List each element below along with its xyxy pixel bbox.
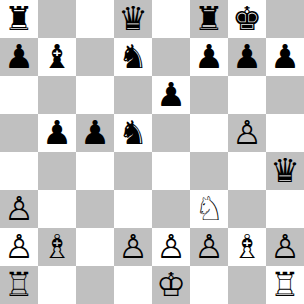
square-h2[interactable]: ♙: [266, 228, 304, 266]
piece-black-pawn: ♟: [156, 76, 186, 114]
piece-black-queen: ♛: [118, 0, 148, 38]
square-b1[interactable]: [38, 266, 76, 304]
square-g6[interactable]: [228, 76, 266, 114]
piece-white-pawn: ♙: [4, 228, 34, 266]
chess-board: ♜♛♜♚♟♝♞♟♟♟♟♟♟♞♙♛♙♘♙♗♙♙♙♗♙♖♔♖: [0, 0, 304, 304]
square-c1[interactable]: [76, 266, 114, 304]
piece-black-pawn: ♟: [194, 38, 224, 76]
piece-white-pawn: ♙: [232, 114, 262, 152]
square-b4[interactable]: [38, 152, 76, 190]
square-h3[interactable]: [266, 190, 304, 228]
piece-black-pawn: ♟: [232, 38, 262, 76]
square-f6[interactable]: [190, 76, 228, 114]
square-f3[interactable]: ♘: [190, 190, 228, 228]
square-h8[interactable]: [266, 0, 304, 38]
square-e5[interactable]: [152, 114, 190, 152]
piece-black-knight: ♞: [118, 114, 148, 152]
square-e1[interactable]: ♔: [152, 266, 190, 304]
square-h6[interactable]: [266, 76, 304, 114]
square-d4[interactable]: [114, 152, 152, 190]
square-d1[interactable]: [114, 266, 152, 304]
square-f1[interactable]: [190, 266, 228, 304]
square-f4[interactable]: [190, 152, 228, 190]
square-c4[interactable]: [76, 152, 114, 190]
piece-white-pawn: ♙: [194, 228, 224, 266]
piece-black-pawn: ♟: [80, 114, 110, 152]
square-b6[interactable]: [38, 76, 76, 114]
square-f7[interactable]: ♟: [190, 38, 228, 76]
square-d3[interactable]: [114, 190, 152, 228]
square-g4[interactable]: [228, 152, 266, 190]
piece-black-bishop: ♝: [42, 38, 72, 76]
piece-white-knight: ♘: [194, 190, 224, 228]
square-c8[interactable]: [76, 0, 114, 38]
piece-white-pawn: ♙: [118, 228, 148, 266]
square-g3[interactable]: [228, 190, 266, 228]
square-g5[interactable]: ♙: [228, 114, 266, 152]
square-d7[interactable]: ♞: [114, 38, 152, 76]
square-g8[interactable]: ♚: [228, 0, 266, 38]
square-b7[interactable]: ♝: [38, 38, 76, 76]
square-e4[interactable]: [152, 152, 190, 190]
square-a3[interactable]: ♙: [0, 190, 38, 228]
square-a7[interactable]: ♟: [0, 38, 38, 76]
square-f5[interactable]: [190, 114, 228, 152]
piece-black-queen: ♛: [270, 152, 300, 190]
piece-black-pawn: ♟: [42, 114, 72, 152]
square-c5[interactable]: ♟: [76, 114, 114, 152]
piece-white-pawn: ♙: [4, 190, 34, 228]
square-a5[interactable]: [0, 114, 38, 152]
square-b2[interactable]: ♗: [38, 228, 76, 266]
square-a6[interactable]: [0, 76, 38, 114]
piece-white-rook: ♖: [4, 266, 34, 304]
square-g1[interactable]: [228, 266, 266, 304]
piece-black-pawn: ♟: [4, 38, 34, 76]
square-e7[interactable]: [152, 38, 190, 76]
piece-black-king: ♚: [232, 0, 262, 38]
square-e2[interactable]: ♙: [152, 228, 190, 266]
square-h4[interactable]: ♛: [266, 152, 304, 190]
square-b3[interactable]: [38, 190, 76, 228]
square-a2[interactable]: ♙: [0, 228, 38, 266]
piece-black-rook: ♜: [4, 0, 34, 38]
piece-white-rook: ♖: [270, 266, 300, 304]
square-c6[interactable]: [76, 76, 114, 114]
square-c7[interactable]: [76, 38, 114, 76]
square-d5[interactable]: ♞: [114, 114, 152, 152]
square-e3[interactable]: [152, 190, 190, 228]
piece-white-bishop: ♗: [232, 228, 262, 266]
piece-black-pawn: ♟: [270, 38, 300, 76]
square-a1[interactable]: ♖: [0, 266, 38, 304]
piece-white-pawn: ♙: [270, 228, 300, 266]
piece-white-bishop: ♗: [42, 228, 72, 266]
square-c3[interactable]: [76, 190, 114, 228]
square-g7[interactable]: ♟: [228, 38, 266, 76]
piece-white-pawn: ♙: [156, 228, 186, 266]
square-c2[interactable]: [76, 228, 114, 266]
square-d2[interactable]: ♙: [114, 228, 152, 266]
square-f2[interactable]: ♙: [190, 228, 228, 266]
square-h1[interactable]: ♖: [266, 266, 304, 304]
piece-black-knight: ♞: [118, 38, 148, 76]
square-a8[interactable]: ♜: [0, 0, 38, 38]
square-g2[interactable]: ♗: [228, 228, 266, 266]
square-d8[interactable]: ♛: [114, 0, 152, 38]
square-e8[interactable]: [152, 0, 190, 38]
square-e6[interactable]: ♟: [152, 76, 190, 114]
piece-white-king: ♔: [156, 266, 186, 304]
square-f8[interactable]: ♜: [190, 0, 228, 38]
square-d6[interactable]: [114, 76, 152, 114]
piece-black-rook: ♜: [194, 0, 224, 38]
square-b8[interactable]: [38, 0, 76, 38]
square-h5[interactable]: [266, 114, 304, 152]
square-b5[interactable]: ♟: [38, 114, 76, 152]
square-a4[interactable]: [0, 152, 38, 190]
square-h7[interactable]: ♟: [266, 38, 304, 76]
